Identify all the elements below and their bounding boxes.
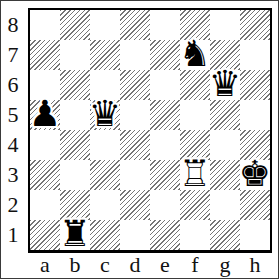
square-h7	[240, 40, 270, 70]
file-label-d: d	[120, 252, 150, 278]
square-f5	[180, 100, 210, 130]
square-f6	[180, 70, 210, 100]
square-g5	[210, 100, 240, 130]
square-f1	[180, 220, 210, 250]
black-rook-icon: ♜	[59, 219, 91, 249]
file-label-f: f	[180, 252, 210, 278]
square-a7	[30, 40, 60, 70]
square-g1	[210, 220, 240, 250]
square-h5	[240, 100, 270, 130]
square-g8	[210, 10, 240, 40]
rank-label-4: 4	[2, 130, 24, 160]
square-a1	[30, 220, 60, 250]
square-b4	[60, 130, 90, 160]
square-e4	[150, 130, 180, 160]
rank-label-1: 1	[2, 220, 24, 250]
square-d2	[120, 190, 150, 220]
rank-label-8: 8	[2, 10, 24, 40]
square-g3	[210, 160, 240, 190]
square-g2	[210, 190, 240, 220]
chess-board: ♞♛♟♛♖♚♜	[28, 8, 272, 253]
square-c2	[90, 190, 120, 220]
file-label-a: a	[30, 252, 60, 278]
chess-diagram: ♞♛♟♛♖♚♜ 87654321 abcdefgh	[0, 0, 279, 279]
square-a4	[30, 130, 60, 160]
square-e3	[150, 160, 180, 190]
square-c4	[90, 130, 120, 160]
square-e2	[150, 190, 180, 220]
square-a2	[30, 190, 60, 220]
square-h1	[240, 220, 270, 250]
square-g6: ♛	[210, 70, 240, 100]
rank-label-5: 5	[2, 100, 24, 130]
square-h3: ♚	[240, 160, 270, 190]
square-d6	[120, 70, 150, 100]
white-rook-icon: ♖	[179, 159, 211, 189]
file-label-h: h	[240, 252, 270, 278]
square-e1	[150, 220, 180, 250]
square-d7	[120, 40, 150, 70]
black-queen-icon: ♛	[209, 69, 241, 99]
square-a3	[30, 160, 60, 190]
square-g4	[210, 130, 240, 160]
file-label-c: c	[90, 252, 120, 278]
square-c5: ♛	[90, 100, 120, 130]
rank-label-7: 7	[2, 40, 24, 70]
black-king-icon: ♚	[239, 159, 271, 189]
black-knight-icon: ♞	[179, 39, 211, 69]
square-d8	[120, 10, 150, 40]
file-label-g: g	[210, 252, 240, 278]
rank-label-6: 6	[2, 70, 24, 100]
square-c1	[90, 220, 120, 250]
square-d1	[120, 220, 150, 250]
square-d3	[120, 160, 150, 190]
square-f3: ♖	[180, 160, 210, 190]
square-a5: ♟	[30, 100, 60, 130]
square-e8	[150, 10, 180, 40]
square-b6	[60, 70, 90, 100]
rank-label-2: 2	[2, 190, 24, 220]
square-h2	[240, 190, 270, 220]
square-c3	[90, 160, 120, 190]
square-d5	[120, 100, 150, 130]
rank-label-3: 3	[2, 160, 24, 190]
square-b7	[60, 40, 90, 70]
file-label-b: b	[60, 252, 90, 278]
black-queen-icon: ♛	[89, 99, 121, 129]
file-label-e: e	[150, 252, 180, 278]
square-h6	[240, 70, 270, 100]
square-c7	[90, 40, 120, 70]
square-e5	[150, 100, 180, 130]
square-f2	[180, 190, 210, 220]
square-h8	[240, 10, 270, 40]
square-d4	[120, 130, 150, 160]
square-b8	[60, 10, 90, 40]
square-b5	[60, 100, 90, 130]
square-e6	[150, 70, 180, 100]
square-f7: ♞	[180, 40, 210, 70]
square-e7	[150, 40, 180, 70]
square-c8	[90, 10, 120, 40]
square-b1: ♜	[60, 220, 90, 250]
square-b3	[60, 160, 90, 190]
square-a8	[30, 10, 60, 40]
black-pawn-icon: ♟	[29, 99, 61, 129]
